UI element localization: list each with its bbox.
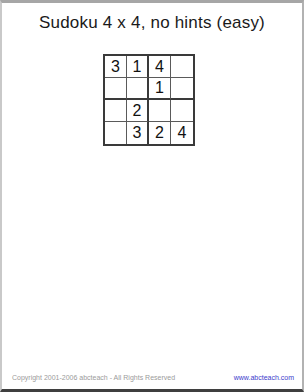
sudoku-board: 31412324 — [103, 54, 195, 146]
cell-r4c3: 2 — [149, 122, 171, 144]
cell-r3c2: 2 — [127, 100, 149, 122]
cell-r1c4[interactable] — [171, 56, 193, 78]
cell-r4c4: 4 — [171, 122, 193, 144]
cell-r4c1[interactable] — [105, 122, 127, 144]
worksheet-page: Sudoku 4 x 4, no hints (easy) 31412324 C… — [0, 0, 304, 392]
copyright-text: Copyright 2001-2006 abcteach - All Right… — [12, 374, 175, 381]
cell-r1c1: 3 — [105, 56, 127, 78]
cell-r2c1[interactable] — [105, 78, 127, 100]
website-link[interactable]: www.abcteach.com — [234, 374, 294, 381]
cell-r3c3[interactable] — [149, 100, 171, 122]
cell-r2c2[interactable] — [127, 78, 149, 100]
cell-r3c1[interactable] — [105, 100, 127, 122]
cell-r1c2: 1 — [127, 56, 149, 78]
cell-r2c3: 1 — [149, 78, 171, 100]
cell-r1c3: 4 — [149, 56, 171, 78]
cell-r4c2: 3 — [127, 122, 149, 144]
page-title: Sudoku 4 x 4, no hints (easy) — [2, 13, 302, 33]
cell-r2c4[interactable] — [171, 78, 193, 100]
cell-r3c4[interactable] — [171, 100, 193, 122]
